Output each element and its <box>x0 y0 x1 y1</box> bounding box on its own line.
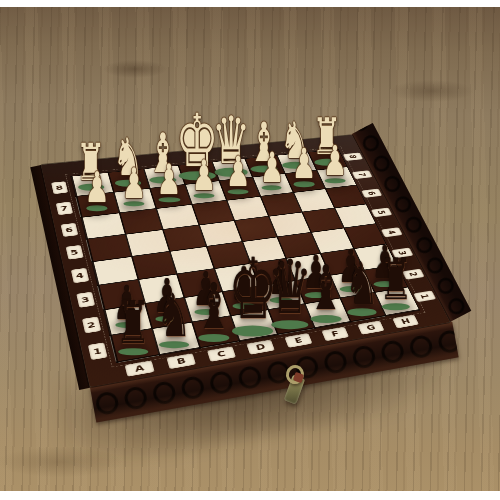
file-label-b: B <box>166 353 196 369</box>
file-label-e: E <box>284 333 312 348</box>
rank-label-left-6-text: 6 <box>64 226 73 234</box>
file-label-g-text: G <box>365 323 377 332</box>
file-label-f-text: F <box>330 329 340 338</box>
wooden-table-background: A11B22C33D44E55F66G77H88 ♜♞♝♚♛♝♞♜♟♟♟♟♟♟♟… <box>0 7 500 491</box>
rank-label-right-4: 4 <box>381 227 403 237</box>
rank-label-left-2: 2 <box>82 317 101 334</box>
file-label-d-text: D <box>255 342 267 352</box>
rank-label-left-4: 4 <box>70 268 88 283</box>
rank-label-right-6-text: 6 <box>366 191 378 196</box>
file-label-h: H <box>392 314 419 328</box>
file-label-f: F <box>321 326 349 340</box>
rank-label-right-3-text: 3 <box>396 250 408 256</box>
rank-label-right-7-text: 7 <box>356 172 368 177</box>
file-label-a: A <box>125 360 155 376</box>
product-photo: A11B22C33D44E55F66G77H88 ♜♞♝♚♛♝♞♜♟♟♟♟♟♟♟… <box>0 0 500 500</box>
rank-label-right-8: 8 <box>343 153 363 161</box>
rank-label-right-3: 3 <box>391 248 413 259</box>
rank-label-left-7-text: 7 <box>59 205 68 213</box>
rank-label-right-1-text: 1 <box>418 293 431 299</box>
rank-label-left-2-text: 2 <box>86 320 96 330</box>
rank-label-left-8-text: 8 <box>55 184 64 191</box>
rank-label-right-4-text: 4 <box>385 230 397 235</box>
rank-label-right-2-text: 2 <box>407 271 420 277</box>
rank-label-right-7: 7 <box>352 170 373 179</box>
rank-label-left-3-text: 3 <box>80 295 90 304</box>
file-label-a-text: A <box>134 363 145 373</box>
rank-label-left-7: 7 <box>55 202 72 215</box>
rank-label-right-8-text: 8 <box>347 155 358 159</box>
file-label-d: D <box>246 339 275 354</box>
rank-label-right-6: 6 <box>361 189 382 198</box>
rank-label-right-5: 5 <box>371 208 392 218</box>
rank-label-right-1: 1 <box>413 291 436 303</box>
file-label-h-text: H <box>400 317 412 326</box>
file-label-b-text: B <box>175 356 186 366</box>
rank-label-left-5: 5 <box>65 245 83 260</box>
rank-label-left-3: 3 <box>76 292 95 308</box>
rank-label-left-1-text: 1 <box>92 346 102 356</box>
rank-label-left-1: 1 <box>87 342 107 360</box>
rank-label-left-5-text: 5 <box>70 248 79 256</box>
rank-label-left-6: 6 <box>60 223 78 237</box>
file-label-e-text: E <box>293 336 303 345</box>
file-label-c-text: C <box>216 349 227 359</box>
file-label-c: C <box>207 346 236 361</box>
rank-label-right-2: 2 <box>402 269 424 280</box>
file-label-g: G <box>357 320 384 334</box>
rank-label-left-8: 8 <box>51 181 68 194</box>
rank-label-right-5-text: 5 <box>375 210 387 215</box>
rank-label-left-4-text: 4 <box>75 271 85 280</box>
